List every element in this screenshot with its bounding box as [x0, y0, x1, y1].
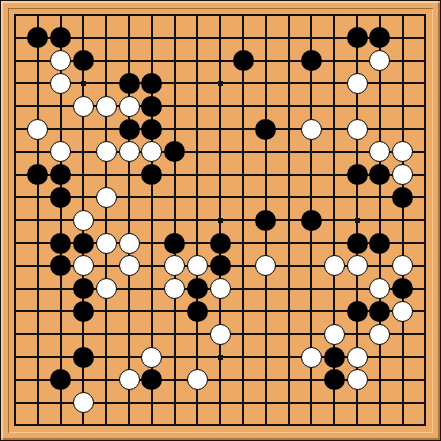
- white-stone[interactable]: [96, 141, 117, 162]
- star-point: [81, 81, 86, 86]
- black-stone[interactable]: [141, 369, 162, 390]
- goban-frame: [0, 0, 441, 441]
- white-stone[interactable]: [119, 255, 140, 276]
- black-stone[interactable]: [324, 347, 345, 368]
- black-stone[interactable]: [347, 233, 368, 254]
- black-stone[interactable]: [347, 301, 368, 322]
- star-point: [355, 218, 360, 223]
- white-stone[interactable]: [119, 233, 140, 254]
- black-stone[interactable]: [347, 27, 368, 48]
- white-stone[interactable]: [119, 369, 140, 390]
- white-stone[interactable]: [73, 210, 94, 231]
- black-stone[interactable]: [347, 164, 368, 185]
- black-stone[interactable]: [187, 301, 208, 322]
- black-stone[interactable]: [369, 233, 390, 254]
- white-stone[interactable]: [50, 73, 71, 94]
- white-stone[interactable]: [73, 255, 94, 276]
- white-stone[interactable]: [392, 164, 413, 185]
- black-stone[interactable]: [27, 27, 48, 48]
- white-stone[interactable]: [164, 278, 185, 299]
- black-stone[interactable]: [369, 164, 390, 185]
- white-stone[interactable]: [301, 119, 322, 140]
- white-stone[interactable]: [347, 255, 368, 276]
- black-stone[interactable]: [255, 210, 276, 231]
- grid-line-vertical: [379, 14, 381, 426]
- black-stone[interactable]: [210, 233, 231, 254]
- white-stone[interactable]: [96, 278, 117, 299]
- white-stone[interactable]: [119, 96, 140, 117]
- white-stone[interactable]: [141, 347, 162, 368]
- grid-line-vertical: [288, 14, 290, 426]
- grid-line-vertical: [402, 14, 404, 426]
- star-point: [218, 218, 223, 223]
- go-board[interactable]: [1, 1, 440, 440]
- black-stone[interactable]: [50, 187, 71, 208]
- white-stone[interactable]: [50, 141, 71, 162]
- black-stone[interactable]: [164, 233, 185, 254]
- white-stone[interactable]: [392, 255, 413, 276]
- white-stone[interactable]: [210, 324, 231, 345]
- black-stone[interactable]: [73, 278, 94, 299]
- white-stone[interactable]: [96, 233, 117, 254]
- black-stone[interactable]: [73, 301, 94, 322]
- black-stone[interactable]: [301, 210, 322, 231]
- white-stone[interactable]: [347, 73, 368, 94]
- white-stone[interactable]: [369, 278, 390, 299]
- white-stone[interactable]: [392, 141, 413, 162]
- black-stone[interactable]: [164, 141, 185, 162]
- black-stone[interactable]: [141, 164, 162, 185]
- black-stone[interactable]: [392, 187, 413, 208]
- black-stone[interactable]: [187, 278, 208, 299]
- white-stone[interactable]: [96, 96, 117, 117]
- black-stone[interactable]: [210, 255, 231, 276]
- black-stone[interactable]: [255, 119, 276, 140]
- black-stone[interactable]: [73, 50, 94, 71]
- white-stone[interactable]: [347, 119, 368, 140]
- white-stone[interactable]: [73, 96, 94, 117]
- white-stone[interactable]: [141, 141, 162, 162]
- white-stone[interactable]: [301, 347, 322, 368]
- black-stone[interactable]: [73, 347, 94, 368]
- white-stone[interactable]: [255, 255, 276, 276]
- grid-line-vertical: [424, 14, 426, 426]
- black-stone[interactable]: [50, 233, 71, 254]
- white-stone[interactable]: [392, 301, 413, 322]
- white-stone[interactable]: [164, 255, 185, 276]
- black-stone[interactable]: [50, 27, 71, 48]
- black-stone[interactable]: [73, 233, 94, 254]
- white-stone[interactable]: [324, 255, 345, 276]
- white-stone[interactable]: [347, 347, 368, 368]
- black-stone[interactable]: [141, 119, 162, 140]
- black-stone[interactable]: [369, 301, 390, 322]
- white-stone[interactable]: [27, 119, 48, 140]
- white-stone[interactable]: [347, 369, 368, 390]
- black-stone[interactable]: [392, 278, 413, 299]
- black-stone[interactable]: [119, 119, 140, 140]
- black-stone[interactable]: [119, 73, 140, 94]
- white-stone[interactable]: [369, 50, 390, 71]
- white-stone[interactable]: [96, 187, 117, 208]
- black-stone[interactable]: [50, 255, 71, 276]
- star-point: [218, 81, 223, 86]
- white-stone[interactable]: [369, 324, 390, 345]
- black-stone[interactable]: [369, 27, 390, 48]
- black-stone[interactable]: [141, 73, 162, 94]
- black-stone[interactable]: [27, 164, 48, 185]
- black-stone[interactable]: [50, 369, 71, 390]
- white-stone[interactable]: [324, 324, 345, 345]
- black-stone[interactable]: [233, 50, 254, 71]
- grid-line-vertical: [242, 14, 244, 426]
- white-stone[interactable]: [119, 141, 140, 162]
- black-stone[interactable]: [324, 369, 345, 390]
- white-stone[interactable]: [50, 50, 71, 71]
- grid-line-horizontal: [14, 424, 426, 426]
- white-stone[interactable]: [187, 255, 208, 276]
- white-stone[interactable]: [187, 369, 208, 390]
- white-stone[interactable]: [210, 278, 231, 299]
- white-stone[interactable]: [369, 141, 390, 162]
- black-stone[interactable]: [141, 96, 162, 117]
- black-stone[interactable]: [301, 50, 322, 71]
- black-stone[interactable]: [50, 164, 71, 185]
- white-stone[interactable]: [73, 392, 94, 413]
- star-point: [218, 355, 223, 360]
